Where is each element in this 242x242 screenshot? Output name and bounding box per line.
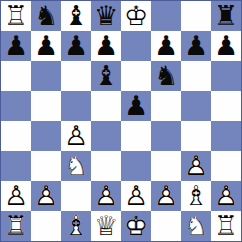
square-b2[interactable]: ♟♙ [31, 181, 61, 211]
square-c5[interactable] [61, 91, 91, 121]
square-g6[interactable] [181, 61, 211, 91]
white-pawn: ♙ [121, 181, 151, 211]
black-bishop: ♝ [91, 61, 121, 91]
square-c1[interactable]: ♝♗ [61, 211, 91, 241]
white-pawn-fill: ♟ [151, 181, 181, 211]
white-knight-fill: ♞ [61, 151, 91, 181]
square-c8[interactable]: ♝ [61, 1, 91, 31]
square-e3[interactable] [121, 151, 151, 181]
chess-board: ♜♖♞♝♛♚♔♜♟♟♟♟♟♟♟♝♞♟♟♙♞♘♟♙♟♙♟♙♟♙♟♙♟♙♝♗♟♙♜♖… [0, 0, 242, 242]
square-c4[interactable]: ♟♙ [61, 121, 91, 151]
white-queen: ♕ [91, 211, 121, 241]
square-h5[interactable] [211, 91, 241, 121]
square-g8[interactable] [181, 1, 211, 31]
white-pawn-fill: ♟ [211, 181, 241, 211]
square-d3[interactable] [91, 151, 121, 181]
square-b4[interactable] [31, 121, 61, 151]
black-pawn: ♟ [181, 31, 211, 61]
square-d7[interactable]: ♟ [91, 31, 121, 61]
white-pawn-fill: ♟ [121, 181, 151, 211]
square-e4[interactable] [121, 121, 151, 151]
square-b6[interactable] [31, 61, 61, 91]
white-bishop: ♗ [61, 211, 91, 241]
white-pawn: ♙ [31, 181, 61, 211]
square-a7[interactable]: ♟ [1, 31, 31, 61]
square-g5[interactable] [181, 91, 211, 121]
square-a1[interactable]: ♜♖ [1, 211, 31, 241]
white-pawn: ♙ [1, 181, 31, 211]
square-c7[interactable]: ♟ [61, 31, 91, 61]
square-f7[interactable]: ♟ [151, 31, 181, 61]
square-h2[interactable]: ♟♙ [211, 181, 241, 211]
square-a6[interactable] [1, 61, 31, 91]
black-bishop: ♝ [61, 1, 91, 31]
white-pawn-fill: ♟ [61, 121, 91, 151]
white-pawn: ♙ [211, 181, 241, 211]
square-f3[interactable] [151, 151, 181, 181]
white-pawn: ♙ [181, 151, 211, 181]
white-pawn-fill: ♟ [1, 181, 31, 211]
white-king-fill: ♚ [121, 1, 151, 31]
white-rook-fill: ♜ [211, 211, 241, 241]
white-rook: ♖ [1, 211, 31, 241]
square-e1[interactable]: ♚♔ [121, 211, 151, 241]
square-d1[interactable]: ♛♕ [91, 211, 121, 241]
square-b7[interactable]: ♟ [31, 31, 61, 61]
white-queen-fill: ♛ [91, 211, 121, 241]
square-b5[interactable] [31, 91, 61, 121]
square-f8[interactable] [151, 1, 181, 31]
black-queen: ♛ [91, 1, 121, 31]
square-a8[interactable]: ♜♖ [1, 1, 31, 31]
white-pawn-fill: ♟ [91, 181, 121, 211]
black-pawn: ♟ [211, 31, 241, 61]
square-c6[interactable] [61, 61, 91, 91]
white-bishop-fill: ♝ [181, 181, 211, 211]
square-e8[interactable]: ♚♔ [121, 1, 151, 31]
square-d4[interactable] [91, 121, 121, 151]
black-knight: ♞ [31, 1, 61, 31]
square-g7[interactable]: ♟ [181, 31, 211, 61]
square-d8[interactable]: ♛ [91, 1, 121, 31]
white-pawn: ♙ [61, 121, 91, 151]
black-knight: ♞ [151, 61, 181, 91]
square-f5[interactable] [151, 91, 181, 121]
white-rook-fill: ♜ [1, 211, 31, 241]
white-knight: ♘ [181, 211, 211, 241]
square-b1[interactable] [31, 211, 61, 241]
square-a4[interactable] [1, 121, 31, 151]
white-pawn: ♙ [151, 181, 181, 211]
square-c2[interactable] [61, 181, 91, 211]
white-pawn-fill: ♟ [181, 151, 211, 181]
square-h1[interactable]: ♜♖ [211, 211, 241, 241]
white-pawn-fill: ♟ [31, 181, 61, 211]
white-pawn: ♙ [91, 181, 121, 211]
square-h6[interactable] [211, 61, 241, 91]
black-pawn: ♟ [61, 31, 91, 61]
white-rook: ♖ [1, 1, 31, 31]
square-e7[interactable] [121, 31, 151, 61]
black-pawn: ♟ [151, 31, 181, 61]
black-pawn: ♟ [1, 31, 31, 61]
black-rook: ♜ [211, 1, 241, 31]
white-knight: ♘ [61, 151, 91, 181]
square-e2[interactable]: ♟♙ [121, 181, 151, 211]
square-f4[interactable] [151, 121, 181, 151]
white-knight-fill: ♞ [181, 211, 211, 241]
black-pawn: ♟ [91, 31, 121, 61]
white-rook-fill: ♜ [1, 1, 31, 31]
square-a3[interactable] [1, 151, 31, 181]
square-g4[interactable] [181, 121, 211, 151]
square-c3[interactable]: ♞♘ [61, 151, 91, 181]
white-king-fill: ♚ [121, 211, 151, 241]
square-f2[interactable]: ♟♙ [151, 181, 181, 211]
square-h4[interactable] [211, 121, 241, 151]
white-bishop: ♗ [181, 181, 211, 211]
black-pawn: ♟ [121, 91, 151, 121]
square-d2[interactable]: ♟♙ [91, 181, 121, 211]
square-g1[interactable]: ♞♘ [181, 211, 211, 241]
square-d6[interactable]: ♝ [91, 61, 121, 91]
square-h7[interactable]: ♟ [211, 31, 241, 61]
white-rook: ♖ [211, 211, 241, 241]
white-king: ♔ [121, 211, 151, 241]
square-e5[interactable]: ♟ [121, 91, 151, 121]
square-e6[interactable] [121, 61, 151, 91]
white-bishop-fill: ♝ [61, 211, 91, 241]
square-a2[interactable]: ♟♙ [1, 181, 31, 211]
black-pawn: ♟ [31, 31, 61, 61]
square-d5[interactable] [91, 91, 121, 121]
square-f1[interactable] [151, 211, 181, 241]
square-b8[interactable]: ♞ [31, 1, 61, 31]
square-g2[interactable]: ♝♗ [181, 181, 211, 211]
square-b3[interactable] [31, 151, 61, 181]
square-h8[interactable]: ♜ [211, 1, 241, 31]
square-h3[interactable] [211, 151, 241, 181]
white-king: ♔ [121, 1, 151, 31]
square-g3[interactable]: ♟♙ [181, 151, 211, 181]
square-f6[interactable]: ♞ [151, 61, 181, 91]
square-a5[interactable] [1, 91, 31, 121]
